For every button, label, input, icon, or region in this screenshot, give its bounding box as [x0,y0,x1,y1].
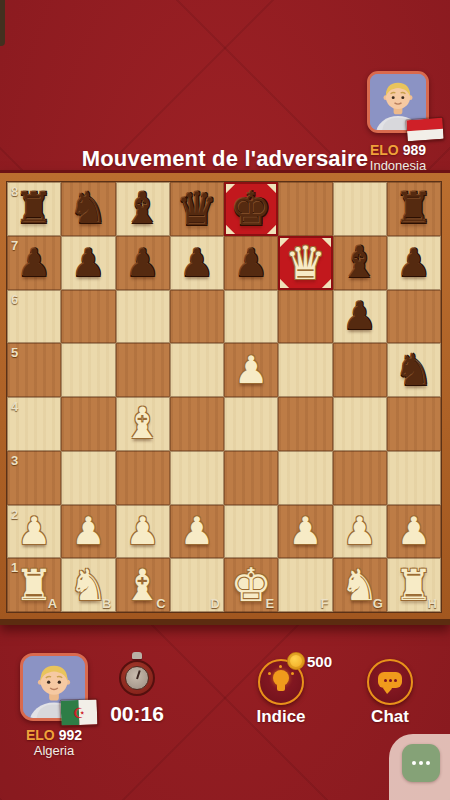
hint-cost: 500 [307,653,332,670]
white-bishop: ♝ [123,402,162,445]
move-timer: 00:16 [104,702,170,726]
edge-menu-sliver [0,0,5,46]
chess-board: 8♜♞♝♛♚♜7♟♟♟♟♟♛♝♟6♟5♟♞4♝32♟♟♟♟♟♟♟1A♜B♞C♝D… [6,181,442,613]
square-h8[interactable]: ♜ [387,182,441,236]
rank-label-7: 7 [11,238,18,253]
black-rook: ♜ [395,187,434,230]
square-h3[interactable] [387,451,441,505]
square-a6[interactable]: 6 [7,290,61,344]
rank-label-8: 8 [11,184,18,199]
square-h5[interactable]: ♞ [387,343,441,397]
square-e4[interactable] [224,397,278,451]
square-a8[interactable]: 8♜ [7,182,61,236]
rank-label-5: 5 [11,345,18,360]
square-b3[interactable] [61,451,115,505]
square-d3[interactable] [170,451,224,505]
square-a7[interactable]: 7♟ [7,236,61,290]
square-h4[interactable] [387,397,441,451]
square-e5[interactable]: ♟ [224,343,278,397]
square-c1[interactable]: C♝ [116,558,170,612]
black-king: ♚ [231,186,272,232]
white-pawn: ♟ [71,512,105,550]
stopwatch-icon [118,652,156,700]
square-f7[interactable]: ♛ [278,236,332,290]
black-knight: ♞ [395,349,434,392]
white-pawn: ♟ [126,512,160,550]
square-b8[interactable]: ♞ [61,182,115,236]
player-elo: ELO 992 [8,727,100,743]
square-c8[interactable]: ♝ [116,182,170,236]
square-b7[interactable]: ♟ [61,236,115,290]
square-c3[interactable] [116,451,170,505]
square-g7[interactable]: ♝ [333,236,387,290]
square-f5[interactable] [278,343,332,397]
black-pawn: ♟ [397,244,431,282]
ellipsis-icon [412,761,416,765]
square-a1[interactable]: 1A♜ [7,558,61,612]
square-f4[interactable] [278,397,332,451]
square-f1[interactable]: F [278,558,332,612]
square-b1[interactable]: B♞ [61,558,115,612]
player-country: Algeria [8,743,100,758]
square-g5[interactable] [333,343,387,397]
indonesia-flag-icon [405,117,445,143]
black-rook: ♜ [15,187,54,230]
rank-label-4: 4 [11,399,18,414]
white-pawn: ♟ [17,512,51,550]
square-d1[interactable]: D [170,558,224,612]
white-pawn: ♟ [343,512,377,550]
square-d4[interactable] [170,397,224,451]
black-bishop: ♝ [123,187,162,230]
square-c6[interactable] [116,290,170,344]
square-b5[interactable] [61,343,115,397]
square-e3[interactable] [224,451,278,505]
square-d6[interactable] [170,290,224,344]
square-f8[interactable] [278,182,332,236]
square-g2[interactable]: ♟ [333,505,387,559]
black-queen: ♛ [176,186,217,232]
file-label-f: F [321,596,329,611]
white-queen: ♛ [285,240,326,286]
black-knight: ♞ [69,187,108,230]
square-d8[interactable]: ♛ [170,182,224,236]
file-label-b: B [102,596,111,611]
turn-status-title: Mouvement de l'adversaire [0,146,450,172]
square-f3[interactable] [278,451,332,505]
file-label-g: G [373,596,383,611]
square-d5[interactable] [170,343,224,397]
file-label-e: E [266,596,275,611]
square-h1[interactable]: H♜ [387,558,441,612]
board-frame: 8♜♞♝♛♚♜7♟♟♟♟♟♛♝♟6♟5♟♞4♝32♟♟♟♟♟♟♟1A♜B♞C♝D… [0,170,450,625]
more-options-button[interactable] [402,744,440,782]
square-h6[interactable] [387,290,441,344]
file-label-c: C [156,596,165,611]
chat-button-label[interactable]: Chat [362,707,418,727]
square-e1[interactable]: E♚ [224,558,278,612]
square-f6[interactable] [278,290,332,344]
algeria-flag-icon: ☪ [60,698,99,726]
square-h2[interactable]: ♟ [387,505,441,559]
square-h7[interactable]: ♟ [387,236,441,290]
file-label-d: D [211,596,220,611]
lightbulb-icon [272,670,290,694]
square-c4[interactable]: ♝ [116,397,170,451]
square-a2[interactable]: 2♟ [7,505,61,559]
hint-button-label[interactable]: Indice [250,707,312,727]
square-e6[interactable] [224,290,278,344]
black-pawn: ♟ [343,297,377,335]
black-pawn: ♟ [71,244,105,282]
black-pawn: ♟ [180,244,214,282]
rank-label-3: 3 [11,453,18,468]
square-a5[interactable]: 5 [7,343,61,397]
white-pawn: ♟ [180,512,214,550]
square-g1[interactable]: G♞ [333,558,387,612]
square-b6[interactable] [61,290,115,344]
white-pawn: ♟ [234,351,268,389]
rank-label-2: 2 [11,507,18,522]
square-e8[interactable]: ♚ [224,182,278,236]
square-g6[interactable]: ♟ [333,290,387,344]
white-pawn: ♟ [397,512,431,550]
square-f2[interactable]: ♟ [278,505,332,559]
square-d7[interactable]: ♟ [170,236,224,290]
chat-button[interactable] [367,659,413,705]
black-bishop: ♝ [340,241,379,284]
square-c5[interactable] [116,343,170,397]
square-g8[interactable] [333,182,387,236]
square-c2[interactable]: ♟ [116,505,170,559]
black-pawn: ♟ [126,244,160,282]
square-a4[interactable]: 4 [7,397,61,451]
square-c7[interactable]: ♟ [116,236,170,290]
square-a3[interactable]: 3 [7,451,61,505]
square-g3[interactable] [333,451,387,505]
chat-bubble-icon [378,672,402,692]
square-g4[interactable] [333,397,387,451]
coin-icon [287,652,305,670]
square-b2[interactable]: ♟ [61,505,115,559]
file-label-h: H [428,596,437,611]
square-e7[interactable]: ♟ [224,236,278,290]
file-label-a: A [48,596,57,611]
square-d2[interactable]: ♟ [170,505,224,559]
game-screen: ELO 989 Indonesia Mouvement de l'adversa… [0,0,450,800]
black-pawn: ♟ [17,244,51,282]
rank-label-6: 6 [11,292,18,307]
white-pawn: ♟ [288,512,322,550]
rank-label-1: 1 [11,560,18,575]
black-pawn: ♟ [234,244,268,282]
square-b4[interactable] [61,397,115,451]
square-e2[interactable] [224,505,278,559]
